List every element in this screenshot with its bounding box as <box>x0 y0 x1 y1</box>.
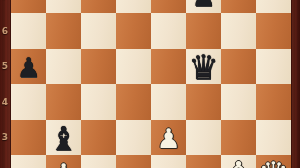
square-d2[interactable] <box>116 155 151 168</box>
square-c5[interactable] <box>81 49 116 84</box>
square-b3[interactable]: ♝ <box>46 120 81 155</box>
square-c3[interactable] <box>81 120 116 155</box>
rank-label-3: 3 <box>0 120 10 155</box>
black-queen-piece[interactable]: ♛ <box>188 50 218 84</box>
square-g3[interactable] <box>221 120 256 155</box>
square-g6[interactable] <box>221 13 256 48</box>
white-bishop-piece[interactable]: ♝ <box>224 157 254 168</box>
square-h4[interactable] <box>256 84 291 119</box>
square-h3[interactable] <box>256 120 291 155</box>
square-g2[interactable]: ♝ <box>221 155 256 168</box>
white-queen-piece[interactable]: ♛ <box>258 157 288 168</box>
rank-label-7: 7 <box>0 0 10 13</box>
square-b4[interactable] <box>46 84 81 119</box>
square-e3[interactable]: ♟ <box>151 120 186 155</box>
square-e6[interactable] <box>151 13 186 48</box>
square-b7[interactable] <box>46 0 81 13</box>
white-pawn-piece[interactable]: ♟ <box>156 125 180 152</box>
white-pawn-piece[interactable]: ♟ <box>51 160 75 168</box>
square-c4[interactable] <box>81 84 116 119</box>
square-e5[interactable] <box>151 49 186 84</box>
rank-label-4: 4 <box>0 84 10 119</box>
square-e7[interactable] <box>151 0 186 13</box>
square-b5[interactable] <box>46 49 81 84</box>
rank-label-5: 5 <box>0 49 10 84</box>
square-f4[interactable] <box>186 84 221 119</box>
square-b6[interactable] <box>46 13 81 48</box>
square-d6[interactable] <box>116 13 151 48</box>
square-f6[interactable] <box>186 13 221 48</box>
square-a2[interactable] <box>11 155 46 168</box>
square-a5[interactable]: ♟ <box>11 49 46 84</box>
square-d7[interactable] <box>116 0 151 13</box>
rank-label-2: 2 <box>0 155 10 168</box>
rank-label-6: 6 <box>0 13 10 48</box>
square-c7[interactable] <box>81 0 116 13</box>
square-h7[interactable] <box>256 0 291 13</box>
square-g5[interactable] <box>221 49 256 84</box>
square-h2[interactable]: ♛ <box>256 155 291 168</box>
square-a4[interactable] <box>11 84 46 119</box>
square-f2[interactable] <box>186 155 221 168</box>
chess-board: ♟♟♛♝♟♟♝♛ <box>10 0 292 168</box>
square-c6[interactable] <box>81 13 116 48</box>
rank-labels-frame: 765432 <box>0 0 10 168</box>
square-e2[interactable] <box>151 155 186 168</box>
square-h6[interactable] <box>256 13 291 48</box>
square-b2[interactable]: ♟ <box>46 155 81 168</box>
square-f3[interactable] <box>186 120 221 155</box>
square-a3[interactable] <box>11 120 46 155</box>
black-bishop-piece[interactable]: ♝ <box>49 122 79 155</box>
square-d3[interactable] <box>116 120 151 155</box>
square-a7[interactable] <box>11 0 46 13</box>
square-c2[interactable] <box>81 155 116 168</box>
square-f5[interactable]: ♛ <box>186 49 221 84</box>
square-g7[interactable] <box>221 0 256 13</box>
square-h5[interactable] <box>256 49 291 84</box>
square-g4[interactable] <box>221 84 256 119</box>
square-a6[interactable] <box>11 13 46 48</box>
black-pawn-piece[interactable]: ♟ <box>191 0 215 10</box>
black-pawn-piece[interactable]: ♟ <box>16 54 40 81</box>
chess-board-viewport: 765432 ♟♟♛♝♟♟♝♛ <box>0 0 300 168</box>
square-e4[interactable] <box>151 84 186 119</box>
square-d4[interactable] <box>116 84 151 119</box>
square-d5[interactable] <box>116 49 151 84</box>
square-f7[interactable]: ♟ <box>186 0 221 13</box>
